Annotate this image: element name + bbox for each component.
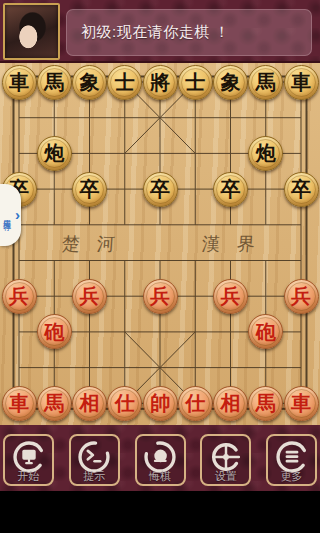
- board-intersection[interactable]: [142, 100, 177, 136]
- black-piece[interactable]: 炮: [37, 136, 72, 171]
- board-intersection[interactable]: [107, 171, 142, 207]
- red-piece[interactable]: 砲: [248, 314, 283, 349]
- board-intersection[interactable]: [107, 207, 142, 243]
- board-intersection[interactable]: 仕: [178, 385, 213, 421]
- board-intersection[interactable]: [178, 171, 213, 207]
- chevron-right-icon: ›: [15, 206, 20, 223]
- board-intersection[interactable]: [107, 243, 142, 279]
- board-intersection[interactable]: 兵: [283, 278, 318, 314]
- board-intersection[interactable]: [37, 350, 72, 386]
- undo-button[interactable]: 悔棋: [135, 434, 186, 486]
- red-piece[interactable]: 馬: [37, 386, 72, 421]
- red-piece[interactable]: 相: [213, 386, 248, 421]
- board-intersection[interactable]: 砲: [248, 314, 283, 350]
- board-intersection[interactable]: [213, 314, 248, 350]
- board-intersection[interactable]: [1, 350, 36, 386]
- app-screen: 初级:现在请你走棋 ！ 楚河 漢界 車馬象士將士象馬車炮炮卒卒卒卒卒兵兵兵兵兵: [0, 0, 320, 533]
- board-intersection[interactable]: 象: [72, 64, 107, 100]
- board-intersection[interactable]: [283, 350, 318, 386]
- start-button-label: 开始: [5, 469, 52, 484]
- avatar: [3, 3, 60, 60]
- bottom-black-strip: [0, 491, 320, 533]
- more-button-label: 更多: [268, 469, 315, 484]
- board-intersection[interactable]: 象: [213, 64, 248, 100]
- board-intersection[interactable]: [178, 350, 213, 386]
- board-intersection[interactable]: [248, 207, 283, 243]
- board-intersection[interactable]: 車: [283, 64, 318, 100]
- red-piece[interactable]: 相: [72, 386, 107, 421]
- black-piece[interactable]: 馬: [248, 65, 283, 100]
- hint-button[interactable]: 提示: [69, 434, 120, 486]
- board-intersection[interactable]: [248, 100, 283, 136]
- board-intersection[interactable]: [142, 243, 177, 279]
- board-intersection[interactable]: [248, 278, 283, 314]
- board-intersection[interactable]: [213, 350, 248, 386]
- board-intersection[interactable]: 兵: [72, 278, 107, 314]
- app-recommend-label: 应用推荐: [2, 213, 11, 217]
- start-button[interactable]: 开始: [3, 434, 54, 486]
- board-intersection[interactable]: [213, 100, 248, 136]
- board-intersection[interactable]: 卒: [213, 171, 248, 207]
- header: 初级:现在请你走棋 ！: [0, 0, 320, 63]
- board-intersection[interactable]: [142, 314, 177, 350]
- board-intersection[interactable]: 卒: [142, 171, 177, 207]
- red-piece[interactable]: 車: [2, 386, 37, 421]
- board-intersection[interactable]: [107, 350, 142, 386]
- board-intersection[interactable]: [72, 314, 107, 350]
- board-intersection[interactable]: [178, 100, 213, 136]
- board-intersection[interactable]: [178, 207, 213, 243]
- board-intersection[interactable]: 馬: [37, 64, 72, 100]
- board-intersection[interactable]: [72, 207, 107, 243]
- board-intersection[interactable]: 炮: [37, 136, 72, 172]
- board-intersection[interactable]: 將: [142, 64, 177, 100]
- board-intersection[interactable]: 車: [1, 64, 36, 100]
- hint-button-label: 提示: [71, 469, 118, 484]
- board-intersection[interactable]: [37, 207, 72, 243]
- board-intersection[interactable]: 相: [213, 385, 248, 421]
- board-intersection[interactable]: [37, 243, 72, 279]
- board-intersection[interactable]: [248, 243, 283, 279]
- board-intersection[interactable]: [213, 207, 248, 243]
- chat-bubble: 初级:现在请你走棋 ！: [66, 9, 312, 56]
- board-intersection[interactable]: 砲: [37, 314, 72, 350]
- board-intersection[interactable]: 馬: [248, 385, 283, 421]
- board-intersection[interactable]: [283, 207, 318, 243]
- board-intersection[interactable]: [142, 136, 177, 172]
- black-piece[interactable]: 象: [72, 65, 107, 100]
- board-intersection[interactable]: [178, 314, 213, 350]
- red-piece[interactable]: 兵: [143, 279, 178, 314]
- bottom-toolbar: 开始 提示 悔棋 设置: [0, 425, 320, 491]
- black-piece[interactable]: 車: [284, 65, 319, 100]
- board-intersection[interactable]: [37, 100, 72, 136]
- board-intersection[interactable]: 相: [72, 385, 107, 421]
- board-intersection[interactable]: 兵: [213, 278, 248, 314]
- board-intersection[interactable]: 士: [178, 64, 213, 100]
- board-intersection[interactable]: [72, 350, 107, 386]
- red-piece[interactable]: 砲: [37, 314, 72, 349]
- black-piece[interactable]: 象: [213, 65, 248, 100]
- black-piece[interactable]: 士: [107, 65, 142, 100]
- board-intersection[interactable]: 士: [107, 64, 142, 100]
- settings-button-label: 设置: [202, 469, 249, 484]
- board-intersection[interactable]: [248, 350, 283, 386]
- board-intersection[interactable]: [283, 314, 318, 350]
- red-piece[interactable]: 帥: [143, 386, 178, 421]
- board-intersection[interactable]: [178, 278, 213, 314]
- board-intersection[interactable]: [107, 136, 142, 172]
- black-piece[interactable]: 炮: [248, 136, 283, 171]
- board-intersection[interactable]: [283, 243, 318, 279]
- board-intersection[interactable]: 兵: [1, 278, 36, 314]
- board-intersection[interactable]: [142, 350, 177, 386]
- board-intersection[interactable]: [37, 278, 72, 314]
- app-recommend-tab[interactable]: 应用推荐 ›: [0, 184, 21, 246]
- board-intersection[interactable]: 車: [283, 385, 318, 421]
- board-intersection[interactable]: [72, 136, 107, 172]
- board-intersection[interactable]: [1, 136, 36, 172]
- black-piece[interactable]: 車: [2, 65, 37, 100]
- board-intersection[interactable]: [283, 136, 318, 172]
- xiangqi-board[interactable]: 楚河 漢界 車馬象士將士象馬車炮炮卒卒卒卒卒兵兵兵兵兵砲砲車馬相仕帥仕相馬車: [0, 63, 320, 425]
- black-piece[interactable]: 卒: [72, 172, 107, 207]
- board-intersection[interactable]: 帥: [142, 385, 177, 421]
- board-intersection[interactable]: [213, 243, 248, 279]
- red-piece[interactable]: 車: [284, 386, 319, 421]
- board-intersection[interactable]: [178, 136, 213, 172]
- board-intersection[interactable]: 馬: [37, 385, 72, 421]
- board-intersection[interactable]: [1, 314, 36, 350]
- red-piece[interactable]: 兵: [213, 279, 248, 314]
- board-intersection[interactable]: 仕: [107, 385, 142, 421]
- board-intersection[interactable]: [107, 278, 142, 314]
- board-intersection[interactable]: [248, 171, 283, 207]
- board-intersection[interactable]: 車: [1, 385, 36, 421]
- board-intersection[interactable]: [213, 136, 248, 172]
- board-intersection[interactable]: [283, 100, 318, 136]
- red-piece[interactable]: 兵: [2, 279, 37, 314]
- red-piece[interactable]: 馬: [248, 386, 283, 421]
- board-intersection[interactable]: [72, 100, 107, 136]
- black-piece[interactable]: 士: [178, 65, 213, 100]
- black-piece[interactable]: 卒: [284, 172, 319, 207]
- board-intersection[interactable]: 兵: [142, 278, 177, 314]
- red-piece[interactable]: 兵: [284, 279, 319, 314]
- black-piece[interactable]: 卒: [143, 172, 178, 207]
- red-piece[interactable]: 仕: [178, 386, 213, 421]
- status-message: 初级:现在请你走棋 ！: [81, 23, 230, 42]
- board-intersection[interactable]: 炮: [248, 136, 283, 172]
- undo-button-label: 悔棋: [137, 469, 184, 484]
- red-piece[interactable]: 仕: [107, 386, 142, 421]
- board-intersection[interactable]: [1, 243, 36, 279]
- board-intersection[interactable]: [142, 207, 177, 243]
- board-intersection[interactable]: 馬: [248, 64, 283, 100]
- settings-button[interactable]: 设置: [200, 434, 251, 486]
- board-intersection[interactable]: [37, 171, 72, 207]
- board-intersection[interactable]: [107, 100, 142, 136]
- red-piece[interactable]: 兵: [72, 279, 107, 314]
- board-intersection[interactable]: [178, 243, 213, 279]
- black-piece[interactable]: 將: [143, 65, 178, 100]
- board-intersection[interactable]: 卒: [283, 171, 318, 207]
- black-piece[interactable]: 馬: [37, 65, 72, 100]
- board-intersection[interactable]: [107, 314, 142, 350]
- black-piece[interactable]: 卒: [213, 172, 248, 207]
- board-intersection[interactable]: [72, 243, 107, 279]
- board-intersection[interactable]: [1, 100, 36, 136]
- board-intersection[interactable]: 卒: [72, 171, 107, 207]
- piece-layer: 車馬象士將士象馬車炮炮卒卒卒卒卒兵兵兵兵兵砲砲車馬相仕帥仕相馬車: [1, 64, 318, 421]
- more-button[interactable]: 更多: [266, 434, 317, 486]
